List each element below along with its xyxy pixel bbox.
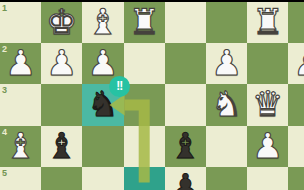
square-c5[interactable] (206, 167, 247, 190)
square-e4[interactable] (124, 126, 165, 167)
square-d1[interactable] (165, 2, 206, 43)
square-a3[interactable] (288, 84, 304, 125)
chess-board[interactable]: 12345♚♝♜♜♟♟♟♟♟♛♞♞♝♝♝♟♟ (0, 2, 304, 190)
white-rook-b1[interactable]: ♜ (247, 2, 288, 43)
white-pawn-a2[interactable]: ♟ (288, 43, 304, 84)
white-bishop-f1[interactable]: ♝ (82, 2, 123, 43)
square-g3[interactable] (41, 84, 82, 125)
brilliant-move-badge: !! (109, 76, 130, 97)
square-c4[interactable] (206, 126, 247, 167)
square-e5[interactable] (124, 167, 165, 190)
white-queen-b3[interactable]: ♛ (247, 84, 288, 125)
white-pawn-h2[interactable]: ♟ (0, 43, 41, 84)
white-knight-c3[interactable]: ♞ (206, 84, 247, 125)
rank-label-1: 1 (2, 3, 7, 13)
square-g5[interactable] (41, 167, 82, 190)
square-a4[interactable] (288, 126, 304, 167)
white-pawn-c2[interactable]: ♟ (206, 43, 247, 84)
square-b5[interactable] (247, 167, 288, 190)
white-bishop-h4[interactable]: ♝ (0, 126, 41, 167)
square-b2[interactable] (247, 43, 288, 84)
square-a1[interactable] (288, 2, 304, 43)
square-a5[interactable] (288, 167, 304, 190)
black-pawn-d5[interactable]: ♟ (165, 167, 206, 190)
square-e2[interactable] (124, 43, 165, 84)
black-bishop-g4[interactable]: ♝ (41, 126, 82, 167)
white-rook-e1[interactable]: ♜ (124, 2, 165, 43)
square-e3[interactable] (124, 84, 165, 125)
square-f4[interactable] (82, 126, 123, 167)
square-c1[interactable] (206, 2, 247, 43)
black-bishop-d4[interactable]: ♝ (165, 126, 206, 167)
white-king-g1[interactable]: ♚ (41, 2, 82, 43)
square-d3[interactable] (165, 84, 206, 125)
square-f5[interactable] (82, 167, 123, 190)
chess-app-screenshot: 12345♚♝♜♜♟♟♟♟♟♛♞♞♝♝♝♟♟ !! (0, 0, 304, 190)
rank-label-5: 5 (2, 168, 7, 178)
white-pawn-g2[interactable]: ♟ (41, 43, 82, 84)
rank-label-3: 3 (2, 85, 7, 95)
white-pawn-b4[interactable]: ♟ (247, 126, 288, 167)
square-d2[interactable] (165, 43, 206, 84)
